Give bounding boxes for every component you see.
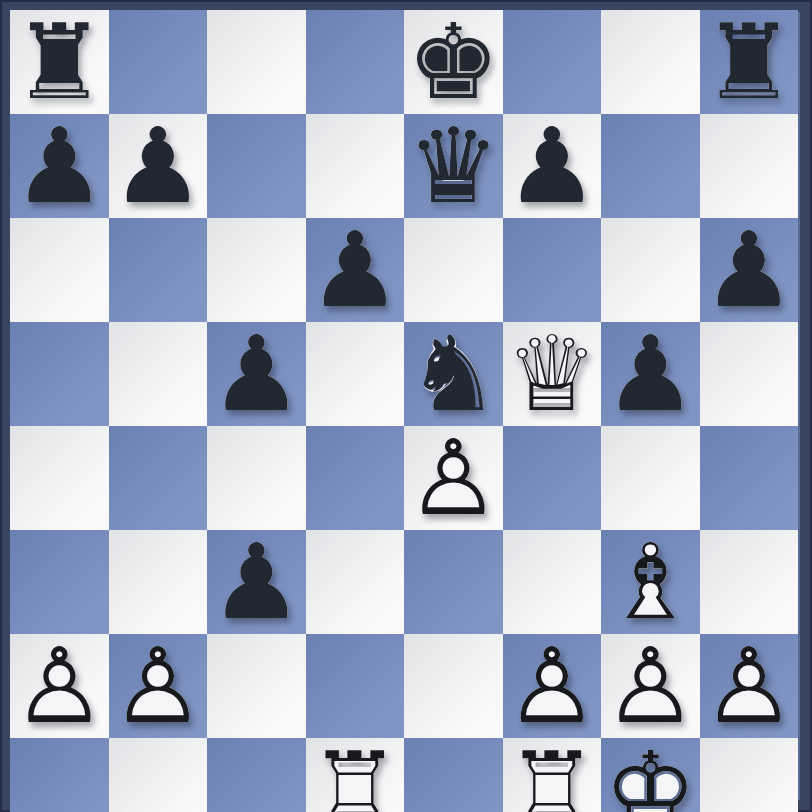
pawn-glyph-detail: ♙ [407, 426, 500, 530]
square-f2[interactable]: ♟♙ [503, 634, 602, 738]
square-e5[interactable]: ♘♞ [404, 322, 503, 426]
square-c6[interactable] [207, 218, 306, 322]
square-h6[interactable]: ♙♟ [700, 218, 799, 322]
pawn-glyph-detail: ♟ [210, 530, 303, 634]
knight-glyph-detail: ♞ [407, 322, 500, 426]
white-rook-icon: ♜♖ [308, 738, 401, 812]
square-e6[interactable] [404, 218, 503, 322]
square-b4[interactable] [109, 426, 208, 530]
king-glyph-detail: ♔ [604, 738, 697, 812]
square-e2[interactable] [404, 634, 503, 738]
black-pawn-icon: ♙♟ [210, 322, 303, 426]
pawn-glyph-detail: ♙ [13, 634, 106, 738]
square-a4[interactable] [10, 426, 109, 530]
pawn-glyph-detail: ♟ [111, 114, 204, 218]
square-e7[interactable]: ♕♛ [404, 114, 503, 218]
square-g7[interactable] [601, 114, 700, 218]
black-pawn-icon: ♙♟ [210, 530, 303, 634]
square-f3[interactable] [503, 530, 602, 634]
pawn-glyph-detail: ♙ [604, 634, 697, 738]
black-pawn-icon: ♙♟ [13, 114, 106, 218]
pawn-glyph-detail: ♙ [505, 634, 598, 738]
square-c5[interactable]: ♙♟ [207, 322, 306, 426]
square-e3[interactable] [404, 530, 503, 634]
square-h2[interactable]: ♟♙ [700, 634, 799, 738]
square-d2[interactable] [306, 634, 405, 738]
square-f8[interactable] [503, 10, 602, 114]
rook-glyph-detail: ♖ [505, 738, 598, 812]
square-c7[interactable] [207, 114, 306, 218]
square-a5[interactable] [10, 322, 109, 426]
square-d6[interactable]: ♙♟ [306, 218, 405, 322]
square-a3[interactable] [10, 530, 109, 634]
square-h1[interactable] [700, 738, 799, 812]
square-e8[interactable]: ♔♚ [404, 10, 503, 114]
square-b8[interactable] [109, 10, 208, 114]
rook-glyph-detail: ♖ [308, 738, 401, 812]
square-b7[interactable]: ♙♟ [109, 114, 208, 218]
square-h5[interactable] [700, 322, 799, 426]
square-g6[interactable] [601, 218, 700, 322]
square-c8[interactable] [207, 10, 306, 114]
pawn-glyph-detail: ♟ [505, 114, 598, 218]
square-c3[interactable]: ♙♟ [207, 530, 306, 634]
square-d8[interactable] [306, 10, 405, 114]
white-pawn-icon: ♟♙ [604, 634, 697, 738]
square-d4[interactable] [306, 426, 405, 530]
square-b3[interactable] [109, 530, 208, 634]
pawn-glyph-detail: ♟ [308, 218, 401, 322]
bishop-glyph-detail: ♗ [604, 530, 697, 634]
black-pawn-icon: ♙♟ [111, 114, 204, 218]
square-f1[interactable]: ♜♖ [503, 738, 602, 812]
square-b2[interactable]: ♟♙ [109, 634, 208, 738]
white-pawn-icon: ♟♙ [407, 426, 500, 530]
square-d5[interactable] [306, 322, 405, 426]
square-a2[interactable]: ♟♙ [10, 634, 109, 738]
square-f6[interactable] [503, 218, 602, 322]
black-rook-icon: ♖♜ [702, 10, 795, 114]
pawn-glyph-detail: ♙ [702, 634, 795, 738]
square-f4[interactable] [503, 426, 602, 530]
square-b1[interactable] [109, 738, 208, 812]
square-g3[interactable]: ♝♗ [601, 530, 700, 634]
queen-glyph-detail: ♕ [505, 322, 598, 426]
square-d3[interactable] [306, 530, 405, 634]
square-a1[interactable] [10, 738, 109, 812]
queen-glyph-detail: ♛ [407, 114, 500, 218]
square-b6[interactable] [109, 218, 208, 322]
white-pawn-icon: ♟♙ [13, 634, 106, 738]
square-g1[interactable]: ♚♔ [601, 738, 700, 812]
square-h3[interactable] [700, 530, 799, 634]
board-frame: ♖♜♔♚♖♜♙♟♙♟♕♛♙♟♙♟♙♟♙♟♘♞♛♕♙♟♟♙♙♟♝♗♟♙♟♙♟♙♟♙… [0, 0, 812, 812]
square-g2[interactable]: ♟♙ [601, 634, 700, 738]
square-e4[interactable]: ♟♙ [404, 426, 503, 530]
pawn-glyph-detail: ♟ [702, 218, 795, 322]
chess-board-grid: ♖♜♔♚♖♜♙♟♙♟♕♛♙♟♙♟♙♟♙♟♘♞♛♕♙♟♟♙♙♟♝♗♟♙♟♙♟♙♟♙… [10, 10, 798, 798]
pawn-glyph-detail: ♙ [111, 634, 204, 738]
black-rook-icon: ♖♜ [13, 10, 106, 114]
pawn-glyph-detail: ♟ [210, 322, 303, 426]
black-pawn-icon: ♙♟ [505, 114, 598, 218]
square-a6[interactable] [10, 218, 109, 322]
white-pawn-icon: ♟♙ [111, 634, 204, 738]
king-glyph-detail: ♚ [407, 10, 500, 114]
black-pawn-icon: ♙♟ [308, 218, 401, 322]
black-queen-icon: ♕♛ [407, 114, 500, 218]
square-c1[interactable] [207, 738, 306, 812]
rook-glyph-detail: ♜ [13, 10, 106, 114]
square-c4[interactable] [207, 426, 306, 530]
square-f7[interactable]: ♙♟ [503, 114, 602, 218]
square-a8[interactable]: ♖♜ [10, 10, 109, 114]
white-pawn-icon: ♟♙ [702, 634, 795, 738]
white-bishop-icon: ♝♗ [604, 530, 697, 634]
square-e1[interactable] [404, 738, 503, 812]
white-queen-icon: ♛♕ [505, 322, 598, 426]
square-c2[interactable] [207, 634, 306, 738]
pawn-glyph-detail: ♟ [13, 114, 106, 218]
square-h7[interactable] [700, 114, 799, 218]
square-h8[interactable]: ♖♜ [700, 10, 799, 114]
square-b5[interactable] [109, 322, 208, 426]
square-h4[interactable] [700, 426, 799, 530]
black-king-icon: ♔♚ [407, 10, 500, 114]
square-f5[interactable]: ♛♕ [503, 322, 602, 426]
black-knight-icon: ♘♞ [407, 322, 500, 426]
white-rook-icon: ♜♖ [505, 738, 598, 812]
square-d1[interactable]: ♜♖ [306, 738, 405, 812]
white-pawn-icon: ♟♙ [505, 634, 598, 738]
pawn-glyph-detail: ♟ [604, 322, 697, 426]
square-a7[interactable]: ♙♟ [10, 114, 109, 218]
square-g5[interactable]: ♙♟ [601, 322, 700, 426]
square-g4[interactable] [601, 426, 700, 530]
square-d7[interactable] [306, 114, 405, 218]
black-pawn-icon: ♙♟ [702, 218, 795, 322]
rook-glyph-detail: ♜ [702, 10, 795, 114]
square-g8[interactable] [601, 10, 700, 114]
black-pawn-icon: ♙♟ [604, 322, 697, 426]
white-king-icon: ♚♔ [604, 738, 697, 812]
